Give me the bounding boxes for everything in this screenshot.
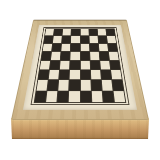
square-e2	[80, 80, 90, 90]
square-g6	[99, 44, 108, 52]
square-f4	[90, 61, 100, 70]
square-d1	[69, 91, 80, 102]
square-d7	[71, 36, 79, 43]
square-c3	[59, 70, 69, 80]
square-f5	[90, 52, 99, 60]
square-h8	[106, 29, 115, 36]
square-b7	[53, 36, 62, 43]
square-e8	[80, 29, 88, 36]
square-g2	[102, 80, 113, 90]
square-d5	[71, 52, 80, 60]
square-b8	[54, 29, 63, 36]
square-g3	[101, 70, 111, 80]
square-d3	[70, 70, 80, 80]
square-a1	[35, 91, 47, 102]
square-b5	[51, 52, 61, 60]
square-g1	[102, 91, 113, 102]
square-b1	[46, 91, 57, 102]
square-c4	[60, 61, 70, 70]
square-d8	[72, 29, 80, 36]
square-g7	[98, 36, 107, 43]
square-h5	[109, 52, 119, 60]
square-f7	[89, 36, 98, 43]
square-e5	[80, 52, 89, 60]
square-b6	[52, 44, 61, 52]
wood-rim	[11, 20, 149, 120]
square-b3	[49, 70, 59, 80]
square-a3	[38, 70, 49, 80]
board-margin	[23, 25, 137, 110]
square-h7	[107, 36, 116, 43]
board-product-photo	[0, 0, 160, 160]
square-h6	[108, 44, 118, 52]
square-e6	[80, 44, 89, 52]
square-e7	[80, 36, 88, 43]
square-c6	[62, 44, 71, 52]
square-c7	[62, 36, 71, 43]
square-f6	[90, 44, 99, 52]
square-a4	[40, 61, 50, 70]
square-h3	[111, 70, 122, 80]
square-h2	[112, 80, 123, 90]
square-f1	[91, 91, 102, 102]
square-c5	[61, 52, 70, 60]
square-c1	[58, 91, 69, 102]
square-f8	[89, 29, 97, 36]
square-g8	[97, 29, 106, 36]
square-a6	[43, 44, 53, 52]
square-a8	[45, 29, 54, 36]
square-g5	[99, 52, 109, 60]
square-g4	[100, 61, 110, 70]
board-frame-line	[31, 27, 130, 105]
square-e3	[80, 70, 90, 80]
square-h4	[110, 61, 120, 70]
chess-board	[34, 28, 127, 102]
square-a2	[37, 80, 48, 90]
square-e1	[80, 91, 91, 102]
square-d2	[69, 80, 79, 90]
square-c8	[63, 29, 71, 36]
square-a7	[44, 36, 53, 43]
square-e4	[80, 61, 89, 70]
box-top-face	[11, 20, 149, 120]
square-b4	[50, 61, 60, 70]
square-f3	[91, 70, 101, 80]
box-front-face	[11, 118, 149, 139]
square-d6	[71, 44, 80, 52]
square-c2	[59, 80, 69, 90]
square-a5	[41, 52, 51, 60]
square-b2	[48, 80, 59, 90]
square-f2	[91, 80, 101, 90]
square-d4	[70, 61, 79, 70]
square-h1	[113, 91, 125, 102]
